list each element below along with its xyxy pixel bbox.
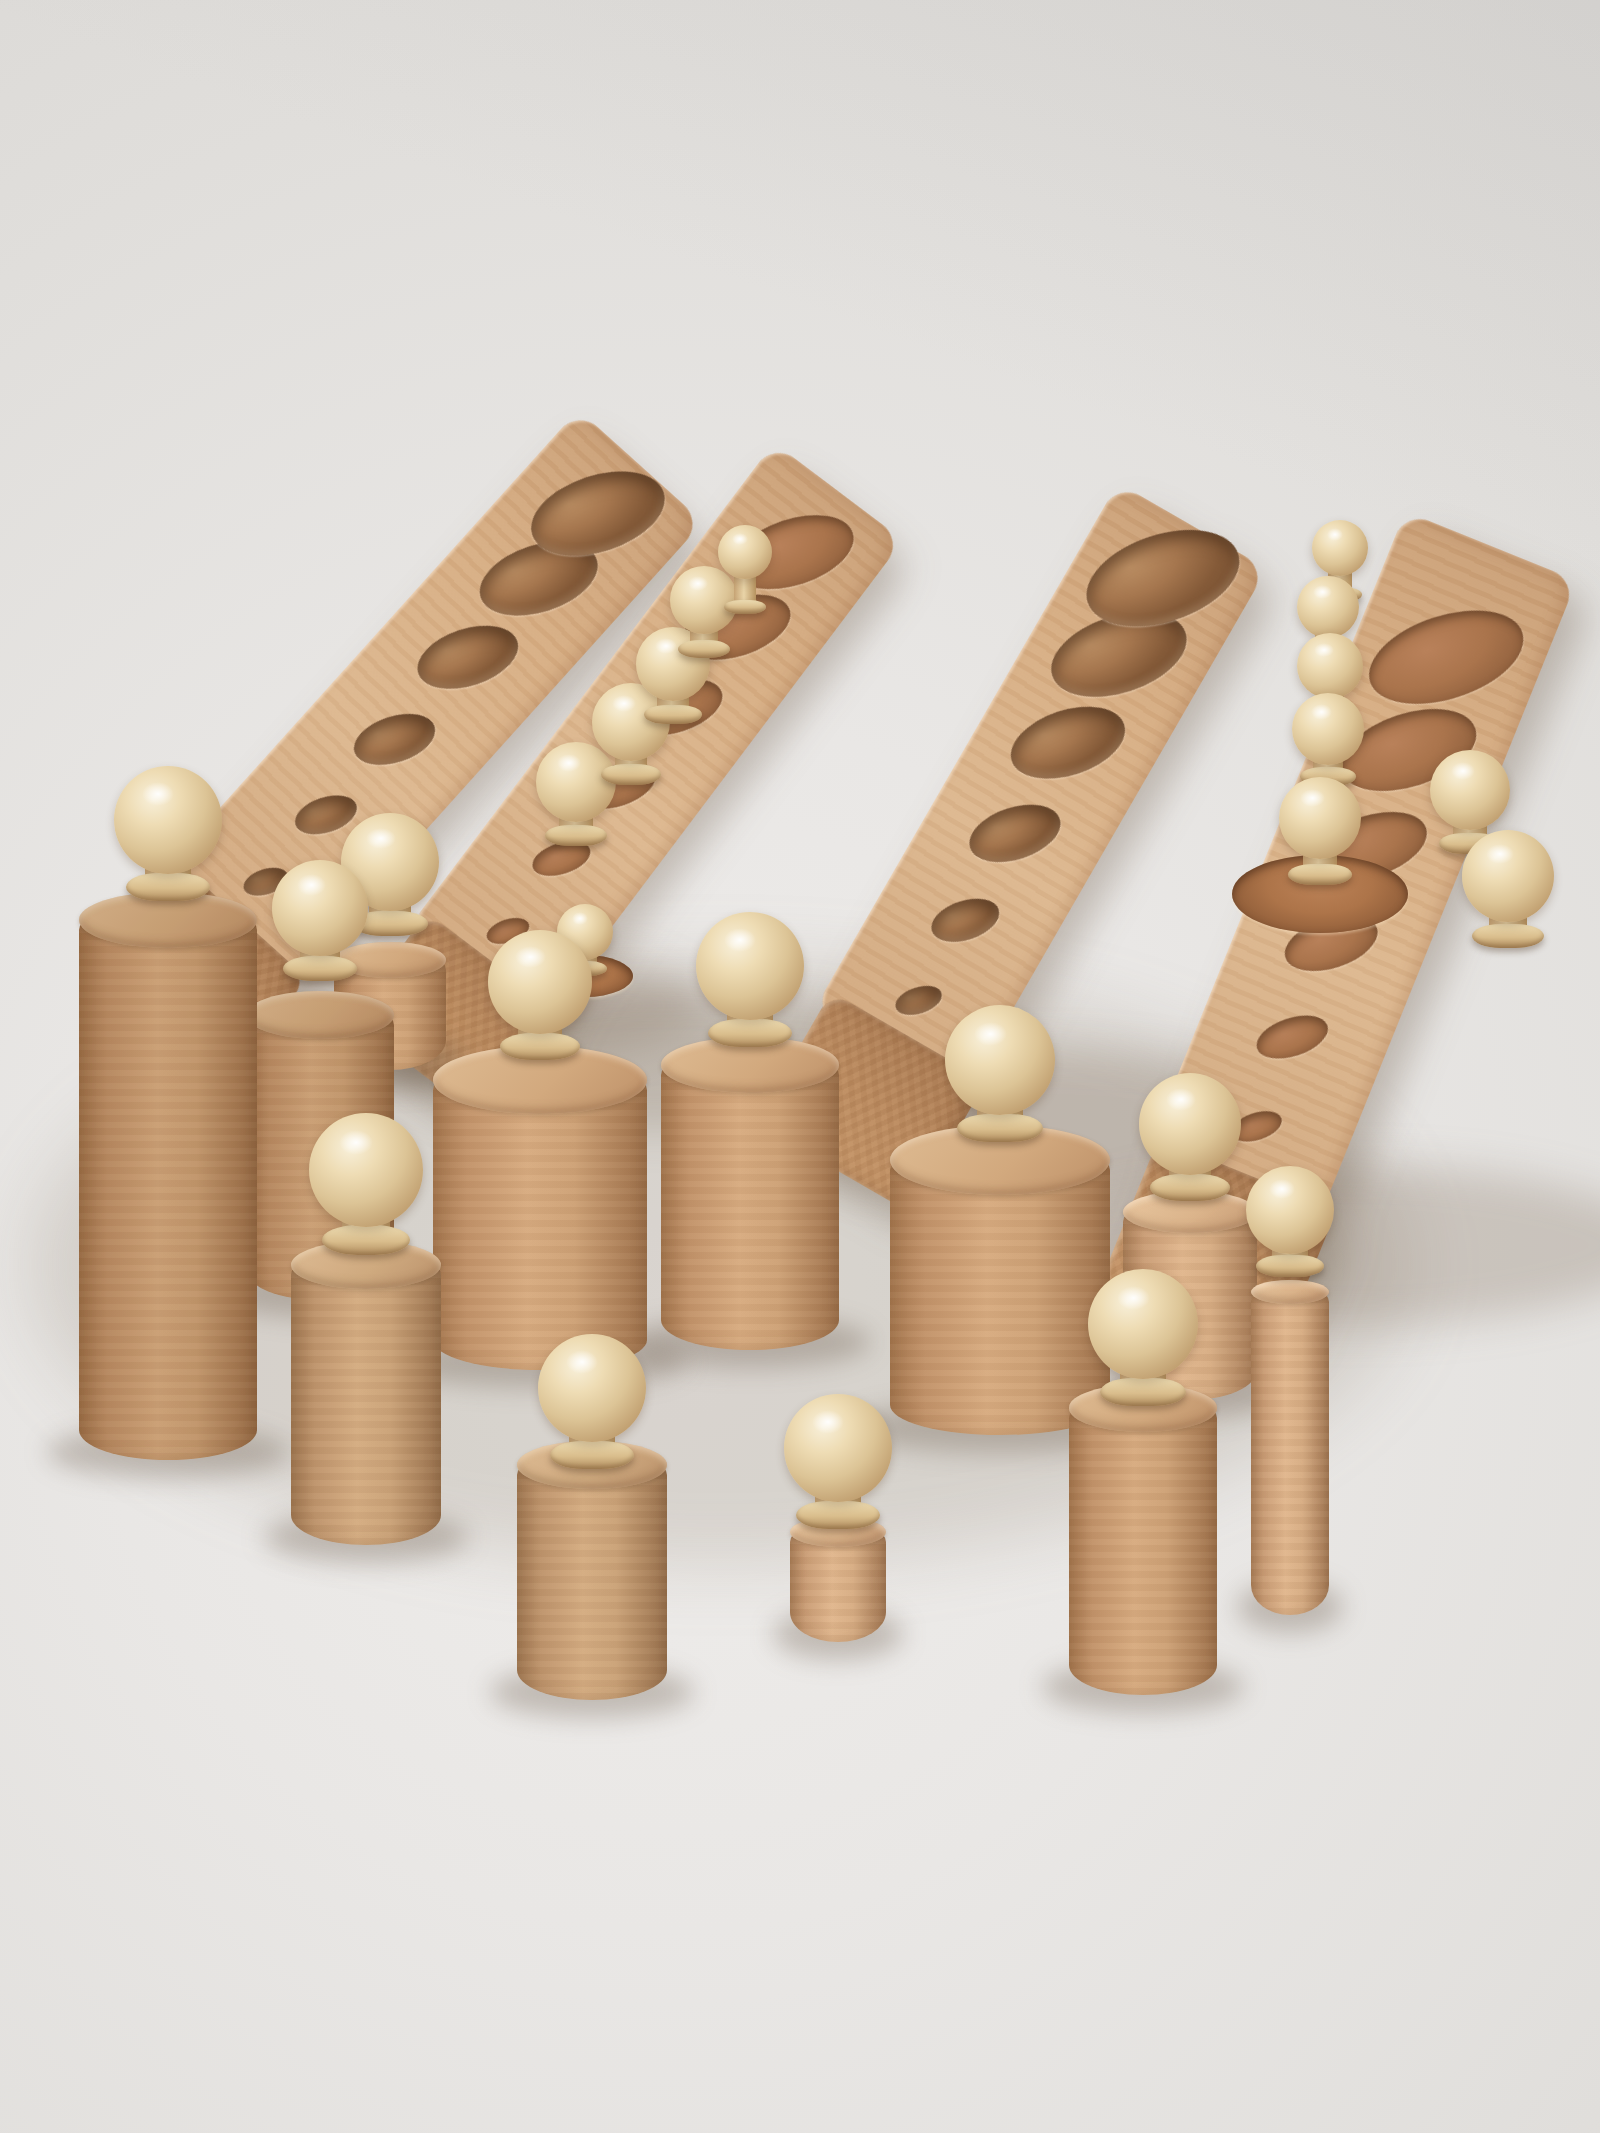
- knob-collar: [1100, 1378, 1185, 1407]
- knob-neck: [1272, 1237, 1309, 1263]
- cylinder-top: [246, 991, 394, 1038]
- cylinder-body: [79, 920, 257, 1460]
- knob-neck: [369, 892, 410, 921]
- cylinder-shadow: [219, 1266, 420, 1318]
- knob-ball: [1139, 1073, 1241, 1175]
- knob-neck: [977, 1094, 1023, 1125]
- knob-collar: [352, 911, 428, 936]
- cylinder-top: [1069, 1384, 1217, 1431]
- cylinder-body: [1069, 1408, 1217, 1695]
- knob-ball: [538, 1334, 646, 1442]
- knob-neck: [727, 999, 772, 1030]
- cylinder-body: [246, 1015, 394, 1300]
- cylinder-shadow: [394, 1336, 685, 1388]
- cylinder-shadow: [850, 1401, 1149, 1453]
- knob-collar: [796, 1501, 880, 1529]
- cylinder-shadow: [47, 1426, 289, 1478]
- cylinder-top: [790, 1517, 886, 1548]
- cylinder-shadow: [1042, 1661, 1243, 1713]
- cylinder-top: [517, 1441, 667, 1489]
- cylinder-body: [433, 1080, 647, 1370]
- knob-ball: [488, 930, 592, 1034]
- knob-ball: [1088, 1269, 1198, 1379]
- knob-neck: [1120, 1358, 1166, 1389]
- loose-cylinders-layer: [0, 0, 1600, 2133]
- knob-neck: [300, 938, 340, 966]
- cylinder-shadow: [264, 1511, 468, 1563]
- knob-collar: [500, 1033, 581, 1060]
- cylinder-top: [334, 942, 446, 978]
- knob-neck: [145, 853, 190, 884]
- cylinder-top: [661, 1037, 839, 1094]
- knob-ball: [272, 860, 368, 956]
- cylinder-body: [291, 1265, 441, 1545]
- cylinder-body: [1251, 1292, 1329, 1615]
- cylinder-shadow: [1237, 1581, 1343, 1633]
- cylinder-body: [790, 1532, 886, 1642]
- knob-collar: [283, 956, 357, 981]
- knob-ball: [114, 766, 222, 874]
- knob-collar: [957, 1114, 1042, 1143]
- knob-ball: [341, 813, 439, 911]
- knob-collar: [708, 1019, 792, 1047]
- knob-neck: [815, 1481, 860, 1512]
- knob-ball: [784, 1394, 892, 1502]
- knob-collar: [322, 1225, 410, 1255]
- knob-ball: [696, 912, 804, 1020]
- knob-neck: [518, 1014, 562, 1044]
- cylinder-top: [1123, 1191, 1257, 1234]
- knob-collar: [550, 1441, 634, 1469]
- knob-ball: [945, 1005, 1055, 1115]
- knob-neck: [569, 1421, 614, 1452]
- cylinder-shadow: [314, 1036, 466, 1088]
- knob-ball: [309, 1113, 423, 1227]
- cylinder-top: [433, 1046, 647, 1114]
- cylinder-body: [1123, 1212, 1257, 1400]
- knob-collar: [1256, 1255, 1324, 1278]
- cylinder-top: [1251, 1280, 1329, 1305]
- cylinder-body: [661, 1065, 839, 1350]
- knob-collar: [126, 873, 210, 901]
- knob-ball: [1246, 1166, 1334, 1254]
- cylinder-shadow: [1099, 1366, 1281, 1418]
- cylinder-body: [890, 1160, 1110, 1435]
- knob-collar: [1150, 1174, 1229, 1201]
- cylinder-body: [517, 1465, 667, 1700]
- cylinder-shadow: [629, 1316, 871, 1368]
- cylinder-body: [334, 960, 446, 1070]
- knob-neck: [1169, 1156, 1212, 1185]
- cylinder-shadow: [773, 1608, 904, 1660]
- cylinder-top: [79, 892, 257, 949]
- cylinder-shadow: [490, 1666, 694, 1718]
- photo-scene: [0, 0, 1600, 2133]
- cylinder-top: [291, 1241, 441, 1289]
- knob-neck: [342, 1205, 390, 1237]
- cylinder-top: [890, 1125, 1110, 1195]
